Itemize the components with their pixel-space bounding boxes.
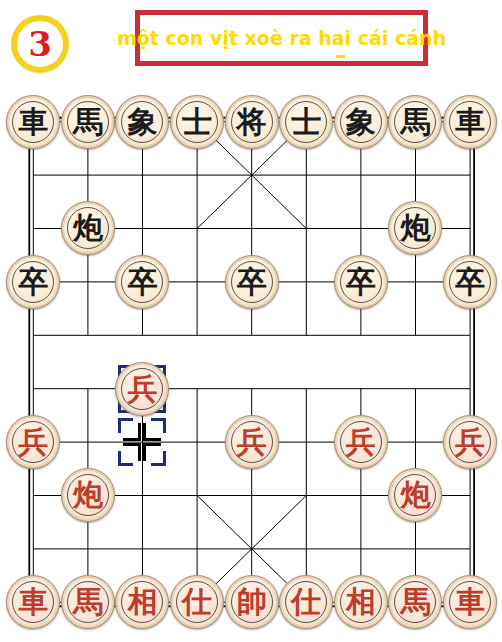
piece-red-soldier[interactable]: 兵 [225,415,279,469]
piece-glyph: 士 [291,107,321,137]
piece-glyph: 馬 [73,107,103,137]
caption-box: một con vịt xoè ra hai cái cánh [135,10,428,66]
piece-black-general[interactable]: 将 [225,95,279,149]
piece-black-elephant[interactable]: 象 [334,95,388,149]
piece-glyph: 炮 [73,480,103,510]
piece-glyph: 炮 [400,480,430,510]
move-from-marker [118,418,166,466]
piece-glyph: 象 [346,107,376,137]
piece-glyph: 兵 [455,427,485,457]
piece-glyph: 象 [127,107,157,137]
piece-red-soldier[interactable]: 兵 [334,415,388,469]
piece-red-cannon[interactable]: 炮 [388,468,442,522]
xiangqi-board: 車馬象士将士象馬車炮炮卒卒卒卒卒兵兵兵兵兵炮炮車馬相仕帥仕相馬車 [6,95,497,629]
caption-underscore-mark [336,55,345,58]
piece-glyph: 兵 [346,427,376,457]
piece-glyph: 将 [237,107,267,137]
piece-glyph: 車 [455,587,485,617]
piece-glyph: 卒 [237,267,267,297]
piece-red-advisor[interactable]: 仕 [279,575,333,629]
piece-red-cannon[interactable]: 炮 [61,468,115,522]
piece-red-general[interactable]: 帥 [225,575,279,629]
piece-glyph: 馬 [400,107,430,137]
piece-glyph: 卒 [18,267,48,297]
piece-red-chariot[interactable]: 車 [443,575,497,629]
piece-red-elephant[interactable]: 相 [115,575,169,629]
caption-text: một con vịt xoè ra hai cái cánh [117,27,446,49]
piece-black-soldier[interactable]: 卒 [443,255,497,309]
piece-glyph: 兵 [237,427,267,457]
piece-red-horse[interactable]: 馬 [388,575,442,629]
piece-black-chariot[interactable]: 車 [6,95,60,149]
piece-glyph: 卒 [455,267,485,297]
piece-glyph: 兵 [127,374,157,404]
piece-glyph: 炮 [73,213,103,243]
piece-black-soldier[interactable]: 卒 [6,255,60,309]
piece-glyph: 馬 [400,587,430,617]
piece-black-chariot[interactable]: 車 [443,95,497,149]
piece-black-horse[interactable]: 馬 [61,95,115,149]
piece-black-horse[interactable]: 馬 [388,95,442,149]
piece-glyph: 仕 [182,587,212,617]
piece-glyph: 車 [18,587,48,617]
piece-glyph: 卒 [127,267,157,297]
piece-glyph: 炮 [400,213,430,243]
piece-glyph: 兵 [18,427,48,457]
piece-red-soldier[interactable]: 兵 [115,362,169,416]
piece-black-soldier[interactable]: 卒 [225,255,279,309]
piece-glyph: 相 [346,587,376,617]
number-badge: 3 [11,15,69,73]
piece-black-soldier[interactable]: 卒 [115,255,169,309]
piece-glyph: 車 [18,107,48,137]
piece-glyph: 卒 [346,267,376,297]
piece-glyph: 馬 [73,587,103,617]
piece-black-cannon[interactable]: 炮 [388,201,442,255]
piece-black-advisor[interactable]: 士 [279,95,333,149]
piece-black-elephant[interactable]: 象 [115,95,169,149]
piece-red-elephant[interactable]: 相 [334,575,388,629]
piece-glyph: 車 [455,107,485,137]
piece-glyph: 仕 [291,587,321,617]
piece-black-soldier[interactable]: 卒 [334,255,388,309]
piece-red-soldier[interactable]: 兵 [6,415,60,469]
piece-red-chariot[interactable]: 車 [6,575,60,629]
piece-red-horse[interactable]: 馬 [61,575,115,629]
xiangqi-app-screen: 3 một con vịt xoè ra hai cái cánh 車馬象士将士… [0,0,502,642]
piece-glyph: 帥 [237,587,267,617]
badge-number: 3 [28,27,52,61]
piece-red-advisor[interactable]: 仕 [170,575,224,629]
crosshair-icon [118,418,166,466]
piece-black-advisor[interactable]: 士 [170,95,224,149]
piece-glyph: 士 [182,107,212,137]
piece-black-cannon[interactable]: 炮 [61,201,115,255]
piece-glyph: 相 [127,587,157,617]
piece-red-soldier[interactable]: 兵 [443,415,497,469]
